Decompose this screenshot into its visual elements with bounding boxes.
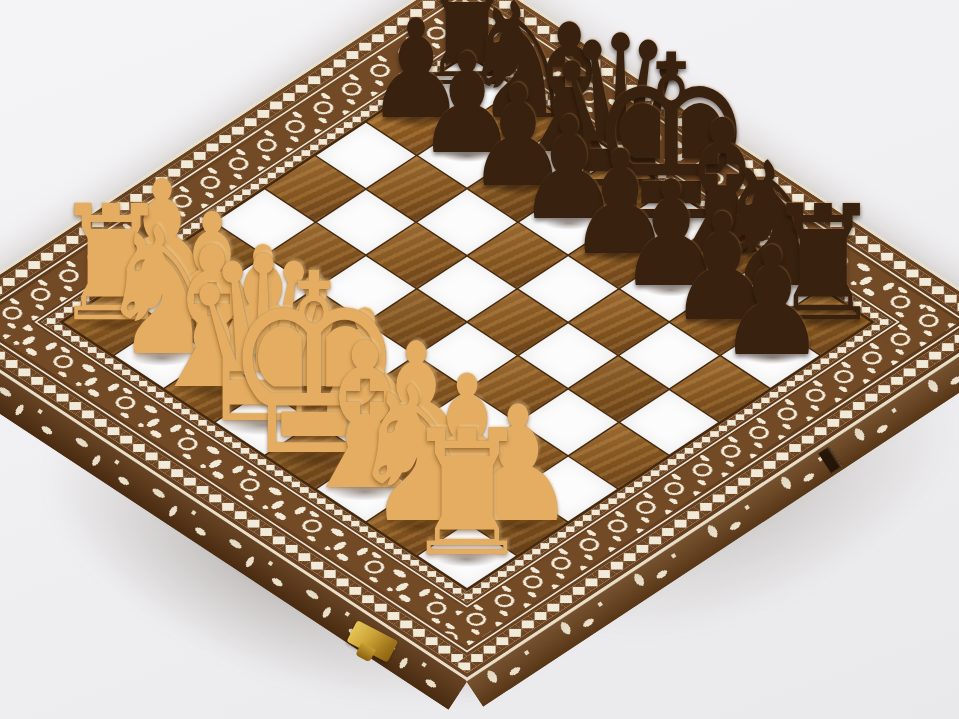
hinge-notch xyxy=(818,446,842,473)
chess-box-scene: ♜♞♝♛♚♝♞♜♟♟♟♟♟♟♟♟♟♟♟♟♟♟♟♟♜♞♝♛♚♝♞♜ xyxy=(0,0,959,719)
piece-black-pawn[interactable]: ♟ xyxy=(717,226,827,376)
piece-white-rook[interactable]: ♜ xyxy=(403,408,531,582)
